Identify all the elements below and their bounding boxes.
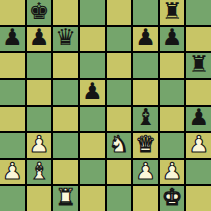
square-g4[interactable] [160, 107, 185, 132]
piece-black-king: ♚ [29, 0, 50, 23]
piece-black-pawn: ♟ [29, 27, 50, 50]
square-d5[interactable]: ♟ [80, 80, 105, 105]
square-b1[interactable] [27, 186, 52, 211]
square-g3[interactable] [160, 133, 185, 158]
piece-white-pawn: ♟ [2, 160, 23, 183]
square-e6[interactable] [107, 53, 132, 78]
square-b6[interactable] [27, 53, 52, 78]
square-c1[interactable]: ♜ [53, 186, 78, 211]
square-f4[interactable]: ♝ [133, 107, 158, 132]
square-g1[interactable]: ♚ [160, 186, 185, 211]
square-f3[interactable]: ♛ [133, 133, 158, 158]
piece-black-rook: ♜ [162, 0, 183, 23]
piece-white-pawn: ♟ [162, 160, 183, 183]
square-d1[interactable] [80, 186, 105, 211]
square-a6[interactable] [0, 53, 25, 78]
square-h1[interactable] [186, 186, 211, 211]
square-a1[interactable] [0, 186, 25, 211]
square-f7[interactable]: ♟ [133, 27, 158, 52]
square-a3[interactable] [0, 133, 25, 158]
square-g8[interactable]: ♜ [160, 0, 185, 25]
piece-black-pawn: ♟ [82, 80, 103, 103]
square-b2[interactable]: ♝ [27, 160, 52, 185]
square-d2[interactable] [80, 160, 105, 185]
square-f8[interactable] [133, 0, 158, 25]
chess-board: ♚♜♟♟♛♟♟♜♟♝♟♟♞♛♟♟♝♟♟♜♚ [0, 0, 211, 211]
piece-white-knight: ♞ [109, 133, 130, 156]
square-a7[interactable]: ♟ [0, 27, 25, 52]
square-e2[interactable] [107, 160, 132, 185]
square-g6[interactable] [160, 53, 185, 78]
square-f5[interactable] [133, 80, 158, 105]
square-h3[interactable]: ♟ [186, 133, 211, 158]
square-e8[interactable] [107, 0, 132, 25]
piece-black-pawn: ♟ [188, 107, 209, 130]
square-c7[interactable]: ♛ [53, 27, 78, 52]
square-b4[interactable] [27, 107, 52, 132]
square-b5[interactable] [27, 80, 52, 105]
square-a2[interactable]: ♟ [0, 160, 25, 185]
square-d7[interactable] [80, 27, 105, 52]
square-c3[interactable] [53, 133, 78, 158]
square-h5[interactable] [186, 80, 211, 105]
square-c8[interactable] [53, 0, 78, 25]
square-e4[interactable] [107, 107, 132, 132]
square-d6[interactable] [80, 53, 105, 78]
piece-black-pawn: ♟ [162, 27, 183, 50]
square-d8[interactable] [80, 0, 105, 25]
square-a4[interactable] [0, 107, 25, 132]
square-b7[interactable]: ♟ [27, 27, 52, 52]
square-c6[interactable] [53, 53, 78, 78]
square-d3[interactable] [80, 133, 105, 158]
square-c4[interactable] [53, 107, 78, 132]
piece-black-queen: ♛ [55, 27, 76, 50]
square-b3[interactable]: ♟ [27, 133, 52, 158]
square-b8[interactable]: ♚ [27, 0, 52, 25]
square-h6[interactable]: ♜ [186, 53, 211, 78]
square-h2[interactable] [186, 160, 211, 185]
square-f2[interactable]: ♟ [133, 160, 158, 185]
square-f6[interactable] [133, 53, 158, 78]
square-a8[interactable] [0, 0, 25, 25]
piece-white-pawn: ♟ [188, 133, 209, 156]
square-h7[interactable] [186, 27, 211, 52]
square-g5[interactable] [160, 80, 185, 105]
square-h4[interactable]: ♟ [186, 107, 211, 132]
square-g7[interactable]: ♟ [160, 27, 185, 52]
square-f1[interactable] [133, 186, 158, 211]
square-h8[interactable] [186, 0, 211, 25]
square-c5[interactable] [53, 80, 78, 105]
square-e5[interactable] [107, 80, 132, 105]
square-a5[interactable] [0, 80, 25, 105]
square-g2[interactable]: ♟ [160, 160, 185, 185]
square-e1[interactable] [107, 186, 132, 211]
piece-white-pawn: ♟ [135, 160, 156, 183]
piece-white-king: ♚ [162, 186, 183, 209]
piece-white-pawn: ♟ [29, 133, 50, 156]
square-c2[interactable] [53, 160, 78, 185]
piece-black-rook: ♜ [188, 53, 209, 76]
square-e3[interactable]: ♞ [107, 133, 132, 158]
square-d4[interactable] [80, 107, 105, 132]
piece-black-pawn: ♟ [2, 27, 23, 50]
piece-white-rook: ♜ [55, 186, 76, 209]
piece-black-pawn: ♟ [135, 27, 156, 50]
piece-white-bishop: ♝ [29, 160, 50, 183]
piece-black-bishop: ♝ [135, 107, 156, 130]
piece-white-queen: ♛ [135, 133, 156, 156]
square-e7[interactable] [107, 27, 132, 52]
